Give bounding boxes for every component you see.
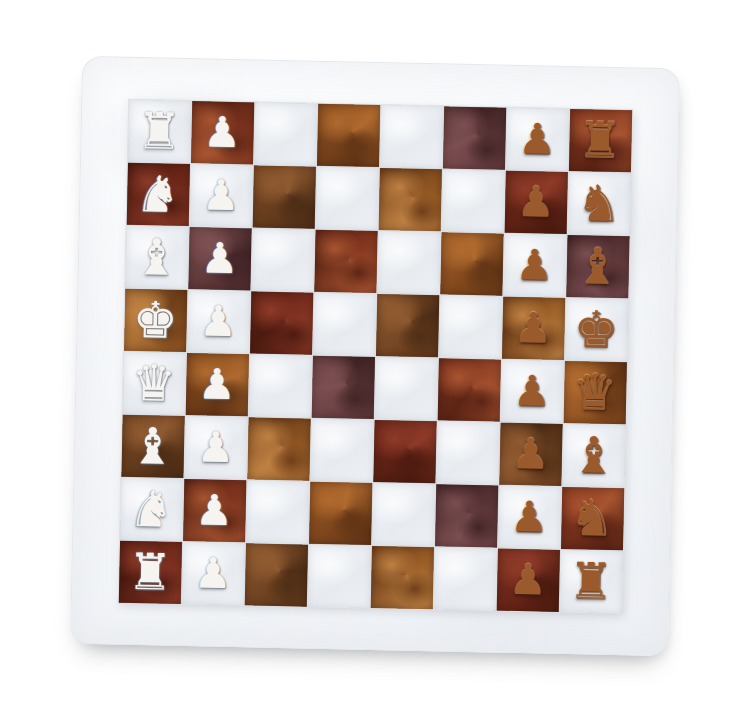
square-h3[interactable] bbox=[253, 101, 316, 164]
square-f1[interactable]: ♝ bbox=[125, 225, 188, 288]
square-b8[interactable]: ♞ bbox=[561, 486, 624, 549]
photo-stage: ♜♟♟♜♞♟♟♞♝♟♟♝♚♟♟♚♛♟♟♛♝♟♟♝♞♟♟♞♜♟♟♜ bbox=[0, 0, 750, 711]
square-h2[interactable]: ♟ bbox=[191, 100, 254, 163]
square-e3[interactable] bbox=[250, 290, 313, 353]
piece-white-pawn[interactable]: ♟ bbox=[198, 362, 237, 405]
square-a6[interactable] bbox=[433, 546, 496, 609]
square-c5[interactable] bbox=[373, 419, 436, 482]
square-d2[interactable]: ♟ bbox=[185, 352, 248, 415]
square-g5[interactable] bbox=[378, 167, 441, 230]
square-g4[interactable] bbox=[315, 166, 378, 229]
piece-red-pawn[interactable]: ♟ bbox=[515, 243, 554, 286]
square-a8[interactable]: ♜ bbox=[559, 549, 622, 612]
board-grid: ♜♟♟♜♞♟♟♞♝♟♟♝♚♟♟♚♛♟♟♛♝♟♟♝♞♟♟♞♜♟♟♜ bbox=[118, 99, 631, 612]
square-e6[interactable] bbox=[438, 294, 501, 357]
square-d8[interactable]: ♛ bbox=[563, 360, 626, 423]
square-d6[interactable] bbox=[437, 357, 500, 420]
square-e2[interactable]: ♟ bbox=[187, 289, 250, 352]
square-f4[interactable] bbox=[314, 229, 377, 292]
piece-white-pawn[interactable]: ♟ bbox=[202, 173, 241, 216]
piece-red-pawn[interactable]: ♟ bbox=[511, 432, 550, 475]
piece-red-knight[interactable]: ♞ bbox=[576, 177, 622, 228]
square-g8[interactable]: ♞ bbox=[567, 171, 630, 234]
square-d3[interactable] bbox=[248, 353, 311, 416]
square-f2[interactable]: ♟ bbox=[188, 226, 251, 289]
square-a1[interactable]: ♜ bbox=[118, 540, 181, 603]
square-c7[interactable]: ♟ bbox=[499, 422, 562, 485]
piece-red-pawn[interactable]: ♟ bbox=[517, 180, 556, 223]
piece-red-knight[interactable]: ♞ bbox=[569, 492, 615, 543]
square-g3[interactable] bbox=[252, 164, 315, 227]
square-h7[interactable]: ♟ bbox=[505, 107, 568, 170]
square-c1[interactable]: ♝ bbox=[121, 414, 184, 477]
square-b5[interactable] bbox=[372, 482, 435, 545]
square-b1[interactable]: ♞ bbox=[120, 477, 183, 540]
piece-red-king[interactable]: ♚ bbox=[573, 303, 619, 354]
piece-white-bishop[interactable]: ♝ bbox=[134, 231, 180, 282]
square-d5[interactable] bbox=[374, 356, 437, 419]
piece-red-pawn[interactable]: ♟ bbox=[513, 369, 552, 412]
square-h8[interactable]: ♜ bbox=[568, 108, 631, 171]
piece-red-pawn[interactable]: ♟ bbox=[510, 495, 549, 538]
square-c4[interactable] bbox=[310, 418, 373, 481]
square-c6[interactable] bbox=[436, 420, 499, 483]
square-h6[interactable] bbox=[442, 105, 505, 168]
square-b2[interactable]: ♟ bbox=[183, 478, 246, 541]
piece-white-king[interactable]: ♚ bbox=[132, 294, 178, 345]
square-f5[interactable] bbox=[377, 230, 440, 293]
piece-red-bishop[interactable]: ♝ bbox=[571, 429, 617, 480]
piece-white-pawn[interactable]: ♟ bbox=[194, 551, 233, 594]
square-b4[interactable] bbox=[309, 481, 372, 544]
square-h5[interactable] bbox=[379, 104, 442, 167]
square-f3[interactable] bbox=[251, 227, 314, 290]
piece-white-pawn[interactable]: ♟ bbox=[203, 110, 242, 153]
piece-red-bishop[interactable]: ♝ bbox=[574, 240, 620, 291]
piece-red-rook[interactable]: ♜ bbox=[577, 114, 623, 165]
piece-white-pawn[interactable]: ♟ bbox=[195, 488, 234, 531]
piece-white-queen[interactable]: ♛ bbox=[131, 357, 177, 408]
square-e8[interactable]: ♚ bbox=[564, 297, 627, 360]
square-e5[interactable] bbox=[376, 293, 439, 356]
square-h4[interactable] bbox=[316, 103, 379, 166]
square-h1[interactable]: ♜ bbox=[128, 99, 191, 162]
square-a5[interactable] bbox=[370, 545, 433, 608]
square-e1[interactable]: ♚ bbox=[124, 288, 187, 351]
square-g6[interactable] bbox=[441, 168, 504, 231]
chess-board-slab: ♜♟♟♜♞♟♟♞♝♟♟♝♚♟♟♚♛♟♟♛♝♟♟♝♞♟♟♞♜♟♟♜ bbox=[70, 55, 680, 655]
square-a4[interactable] bbox=[307, 544, 370, 607]
piece-white-bishop[interactable]: ♝ bbox=[130, 420, 176, 471]
square-f6[interactable] bbox=[440, 231, 503, 294]
square-g2[interactable]: ♟ bbox=[189, 163, 252, 226]
piece-red-rook[interactable]: ♜ bbox=[568, 555, 614, 606]
square-e7[interactable]: ♟ bbox=[501, 296, 564, 359]
piece-white-knight[interactable]: ♞ bbox=[135, 168, 181, 219]
square-d7[interactable]: ♟ bbox=[500, 359, 563, 422]
square-c8[interactable]: ♝ bbox=[562, 423, 625, 486]
piece-white-knight[interactable]: ♞ bbox=[128, 483, 174, 534]
piece-white-pawn[interactable]: ♟ bbox=[200, 236, 239, 279]
square-c3[interactable] bbox=[247, 416, 310, 479]
square-d1[interactable]: ♛ bbox=[122, 351, 185, 414]
piece-red-pawn[interactable]: ♟ bbox=[514, 306, 553, 349]
square-e4[interactable] bbox=[313, 292, 376, 355]
square-b7[interactable]: ♟ bbox=[498, 485, 561, 548]
piece-white-rook[interactable]: ♜ bbox=[127, 546, 173, 597]
piece-red-queen[interactable]: ♛ bbox=[572, 366, 618, 417]
square-f7[interactable]: ♟ bbox=[503, 233, 566, 296]
piece-red-pawn[interactable]: ♟ bbox=[509, 558, 548, 601]
piece-white-rook[interactable]: ♜ bbox=[136, 105, 182, 156]
square-c2[interactable]: ♟ bbox=[184, 415, 247, 478]
piece-red-pawn[interactable]: ♟ bbox=[518, 117, 557, 160]
square-b3[interactable] bbox=[246, 479, 309, 542]
square-a7[interactable]: ♟ bbox=[496, 548, 559, 611]
square-f8[interactable]: ♝ bbox=[566, 234, 629, 297]
square-a3[interactable] bbox=[244, 542, 307, 605]
square-g7[interactable]: ♟ bbox=[504, 170, 567, 233]
square-g1[interactable]: ♞ bbox=[126, 162, 189, 225]
piece-white-pawn[interactable]: ♟ bbox=[199, 299, 238, 342]
square-b6[interactable] bbox=[435, 483, 498, 546]
square-d4[interactable] bbox=[311, 355, 374, 418]
piece-white-pawn[interactable]: ♟ bbox=[196, 425, 235, 468]
square-a2[interactable]: ♟ bbox=[181, 541, 244, 604]
